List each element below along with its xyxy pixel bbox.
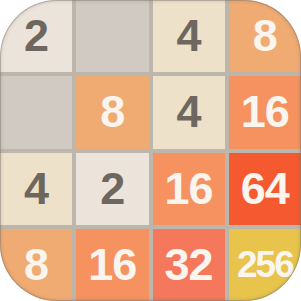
tile-r3c1: 4: [0, 153, 72, 225]
tile-r2c1: [0, 76, 72, 148]
tile-r1c3: 4: [153, 0, 225, 72]
tile-r4c2: 16: [76, 229, 148, 301]
tile-r2c3: 4: [153, 76, 225, 148]
tile-r4c1: 8: [0, 229, 72, 301]
tile-r4c3: 32: [153, 229, 225, 301]
tile-r1c4: 8: [229, 0, 301, 72]
tile-r3c2: 2: [76, 153, 148, 225]
tile-r4c4: 256: [229, 229, 301, 301]
game-board[interactable]: 2 4 8 8 4 16 4 2 16 64 8 16 32 256: [0, 0, 301, 301]
tile-r1c2: [76, 0, 148, 72]
tile-r1c1: 2: [0, 0, 72, 72]
tile-r2c4: 16: [229, 76, 301, 148]
tile-r2c2: 8: [76, 76, 148, 148]
game-2048-icon: 2 4 8 8 4 16 4 2 16 64 8 16 32 256: [0, 0, 301, 301]
tile-r3c3: 16: [153, 153, 225, 225]
tile-r3c4: 64: [229, 153, 301, 225]
